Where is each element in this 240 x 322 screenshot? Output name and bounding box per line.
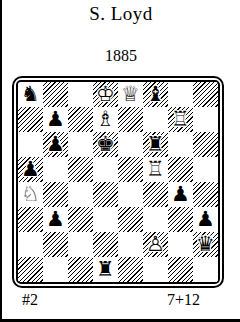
board-inner-frame: ♞♞♚♔♛♕♝♝♟♟♝♗♜♖♟♟♚♚♜♜♟♟♜♖♞♘♟♟♟♟♟♟♟♙♛♛♜♜: [16, 80, 220, 284]
square-e1: [118, 257, 143, 282]
square-g2: [168, 232, 193, 257]
square-d2: [93, 232, 118, 257]
square-e6: [118, 132, 143, 157]
piece-glyph: ♟: [18, 157, 43, 182]
piece-white-king: ♚♔: [93, 82, 118, 107]
stipulation: #2: [22, 291, 38, 309]
year: 1885: [2, 47, 240, 65]
square-e4: [118, 182, 143, 207]
square-e5: [118, 157, 143, 182]
square-h8: [193, 82, 218, 107]
piece-glyph: ♖: [143, 157, 168, 182]
square-f5: ♜♖: [143, 157, 168, 182]
piece-glyph: ♜: [143, 132, 168, 157]
square-c3: [68, 207, 93, 232]
square-a6: [18, 132, 43, 157]
composer-name: S. Loyd: [2, 3, 240, 25]
square-g1: [168, 257, 193, 282]
square-h5: [193, 157, 218, 182]
square-b3: ♟♟: [43, 207, 68, 232]
material-count: 7+12: [167, 291, 200, 309]
piece-glyph: ♟: [43, 107, 68, 132]
piece-glyph: ♙: [143, 232, 168, 257]
piece-glyph: ♖: [168, 107, 193, 132]
square-e8: ♛♕: [118, 82, 143, 107]
chessboard: ♞♞♚♔♛♕♝♝♟♟♝♗♜♖♟♟♚♚♜♜♟♟♜♖♞♘♟♟♟♟♟♟♟♙♛♛♜♜: [18, 82, 218, 282]
square-a2: [18, 232, 43, 257]
piece-black-rook: ♜♜: [143, 132, 168, 157]
square-h3: ♟♟: [193, 207, 218, 232]
square-a4: ♞♘: [18, 182, 43, 207]
square-g3: [168, 207, 193, 232]
square-g6: [168, 132, 193, 157]
square-g4: ♟♟: [168, 182, 193, 207]
square-c7: [68, 107, 93, 132]
square-c4: [68, 182, 93, 207]
square-d8: ♚♔: [93, 82, 118, 107]
piece-glyph: ♟: [168, 182, 193, 207]
square-b4: [43, 182, 68, 207]
square-b1: [43, 257, 68, 282]
piece-white-rook: ♜♖: [143, 157, 168, 182]
piece-black-pawn: ♟♟: [18, 157, 43, 182]
piece-glyph: ♟: [43, 207, 68, 232]
piece-black-knight: ♞♞: [18, 82, 43, 107]
square-f6: ♜♜: [143, 132, 168, 157]
square-d7: ♝♗: [93, 107, 118, 132]
square-c2: [68, 232, 93, 257]
square-h2: ♛♛: [193, 232, 218, 257]
square-a8: ♞♞: [18, 82, 43, 107]
piece-glyph: ♟: [193, 207, 218, 232]
square-d5: [93, 157, 118, 182]
square-f2: ♟♙: [143, 232, 168, 257]
problem-diagram-page: S. Loyd 1885 ♞♞♚♔♛♕♝♝♟♟♝♗♜♖♟♟♚♚♜♜♟♟♜♖♞♘♟…: [0, 0, 240, 322]
square-f7: [143, 107, 168, 132]
square-d3: [93, 207, 118, 232]
piece-glyph: ♕: [118, 82, 143, 107]
piece-glyph: ♞: [18, 82, 43, 107]
square-d6: ♚♚: [93, 132, 118, 157]
piece-glyph: ♗: [93, 107, 118, 132]
piece-glyph: ♜: [93, 257, 118, 282]
piece-black-pawn: ♟♟: [168, 182, 193, 207]
square-c8: [68, 82, 93, 107]
square-h4: [193, 182, 218, 207]
square-a3: [18, 207, 43, 232]
piece-glyph: ♛: [193, 232, 218, 257]
square-e3: [118, 207, 143, 232]
square-h7: [193, 107, 218, 132]
piece-black-pawn: ♟♟: [43, 207, 68, 232]
board-frame: ♞♞♚♔♛♕♝♝♟♟♝♗♜♖♟♟♚♚♜♜♟♟♜♖♞♘♟♟♟♟♟♟♟♙♛♛♜♜: [12, 76, 224, 288]
piece-black-pawn: ♟♟: [193, 207, 218, 232]
square-f1: [143, 257, 168, 282]
piece-glyph: ♘: [18, 182, 43, 207]
piece-white-rook: ♜♖: [168, 107, 193, 132]
square-c6: [68, 132, 93, 157]
square-h6: [193, 132, 218, 157]
square-e7: [118, 107, 143, 132]
piece-glyph: ♚: [93, 132, 118, 157]
piece-glyph: ♔: [93, 82, 118, 107]
piece-white-pawn: ♟♙: [143, 232, 168, 257]
square-d4: [93, 182, 118, 207]
square-f3: [143, 207, 168, 232]
piece-glyph: ♟: [43, 132, 68, 157]
square-h1: [193, 257, 218, 282]
square-e2: [118, 232, 143, 257]
square-a5: ♟♟: [18, 157, 43, 182]
square-a1: [18, 257, 43, 282]
square-f8: ♝♝: [143, 82, 168, 107]
square-c1: [68, 257, 93, 282]
square-g5: [168, 157, 193, 182]
piece-glyph: ♝: [143, 82, 168, 107]
square-b8: [43, 82, 68, 107]
piece-black-king: ♚♚: [93, 132, 118, 157]
piece-white-queen: ♛♕: [118, 82, 143, 107]
square-b7: ♟♟: [43, 107, 68, 132]
piece-black-bishop: ♝♝: [143, 82, 168, 107]
square-g7: ♜♖: [168, 107, 193, 132]
square-d1: ♜♜: [93, 257, 118, 282]
square-f4: [143, 182, 168, 207]
square-a7: [18, 107, 43, 132]
square-b6: ♟♟: [43, 132, 68, 157]
piece-black-queen: ♛♛: [193, 232, 218, 257]
piece-black-rook: ♜♜: [93, 257, 118, 282]
piece-white-knight: ♞♘: [18, 182, 43, 207]
square-g8: [168, 82, 193, 107]
square-c5: [68, 157, 93, 182]
square-b2: [43, 232, 68, 257]
piece-black-pawn: ♟♟: [43, 107, 68, 132]
piece-black-pawn: ♟♟: [43, 132, 68, 157]
piece-white-bishop: ♝♗: [93, 107, 118, 132]
square-b5: [43, 157, 68, 182]
